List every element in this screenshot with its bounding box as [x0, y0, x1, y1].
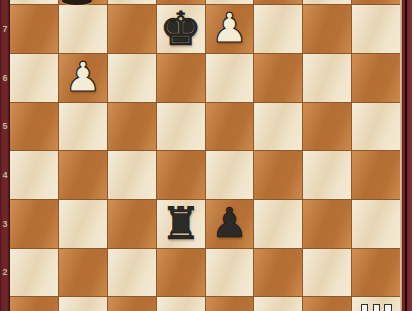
square-g5	[303, 103, 351, 151]
square-d2	[157, 249, 205, 297]
square-a3	[10, 200, 58, 248]
square-a8	[10, 0, 58, 4]
square-c2	[108, 249, 156, 297]
square-g3	[303, 200, 351, 248]
square-e2	[206, 249, 254, 297]
square-a6	[10, 54, 58, 102]
rank-label-1	[0, 296, 10, 311]
rank-label-2: 2	[0, 248, 10, 297]
square-c8	[108, 0, 156, 4]
rank-label-4: 4	[0, 151, 10, 200]
square-e1	[206, 297, 254, 311]
square-g1	[303, 297, 351, 311]
square-d3: ♜	[157, 200, 205, 248]
square-f2	[254, 249, 302, 297]
white-pawn-e7: ♟	[211, 8, 248, 49]
rank-label-7: 7	[0, 5, 10, 54]
square-a5	[10, 103, 58, 151]
square-e4	[206, 151, 254, 199]
square-g8	[303, 0, 351, 4]
small-square-icon	[361, 304, 368, 311]
square-h2	[352, 249, 400, 297]
square-h6	[352, 54, 400, 102]
square-h5	[352, 103, 400, 151]
square-e5	[206, 103, 254, 151]
board-right-border	[400, 0, 414, 311]
black-rook-d3: ♜	[160, 201, 200, 246]
square-f6	[254, 54, 302, 102]
square-b8	[59, 0, 107, 4]
square-f8	[254, 0, 302, 4]
square-b2	[59, 249, 107, 297]
square-h3	[352, 200, 400, 248]
square-c4	[108, 151, 156, 199]
square-g7	[303, 5, 351, 53]
rank-labels: 765432	[0, 0, 10, 311]
square-b3	[59, 200, 107, 248]
square-c5	[108, 103, 156, 151]
rank-label-5: 5	[0, 102, 10, 151]
rank-label-3: 3	[0, 199, 10, 248]
square-d4	[157, 151, 205, 199]
square-b7	[59, 5, 107, 53]
square-a2	[10, 249, 58, 297]
black-pawn-e3: ♟	[211, 203, 248, 244]
square-a1	[10, 297, 58, 311]
square-g6	[303, 54, 351, 102]
square-h7	[352, 5, 400, 53]
square-f7	[254, 5, 302, 53]
square-a4	[10, 151, 58, 199]
square-d6	[157, 54, 205, 102]
square-f4	[254, 151, 302, 199]
square-c6	[108, 54, 156, 102]
square-g2	[303, 249, 351, 297]
square-h8	[352, 0, 400, 4]
square-h4	[352, 151, 400, 199]
chess-diagram: ♚♟♟♜♟ 765432	[0, 0, 414, 311]
black-king-d7: ♚	[159, 5, 201, 52]
chessboard: ♚♟♟♜♟	[10, 0, 400, 311]
square-c1	[108, 297, 156, 311]
square-d7: ♚	[157, 5, 205, 53]
rank-label-6: 6	[0, 54, 10, 103]
small-square-icon	[373, 304, 380, 311]
square-g4	[303, 151, 351, 199]
square-b1	[59, 297, 107, 311]
square-b5	[59, 103, 107, 151]
square-c7	[108, 5, 156, 53]
square-e7: ♟	[206, 5, 254, 53]
small-square-icon	[384, 304, 391, 311]
square-e3: ♟	[206, 200, 254, 248]
square-f1	[254, 297, 302, 311]
square-d1	[157, 297, 205, 311]
square-b6: ♟	[59, 54, 107, 102]
square-f3	[254, 200, 302, 248]
square-f5	[254, 103, 302, 151]
square-e6	[206, 54, 254, 102]
square-d5	[157, 103, 205, 151]
bottom-right-icons	[361, 304, 392, 311]
square-a7	[10, 5, 58, 53]
white-pawn-b6: ♟	[64, 57, 101, 98]
square-c3	[108, 200, 156, 248]
square-b4	[59, 151, 107, 199]
